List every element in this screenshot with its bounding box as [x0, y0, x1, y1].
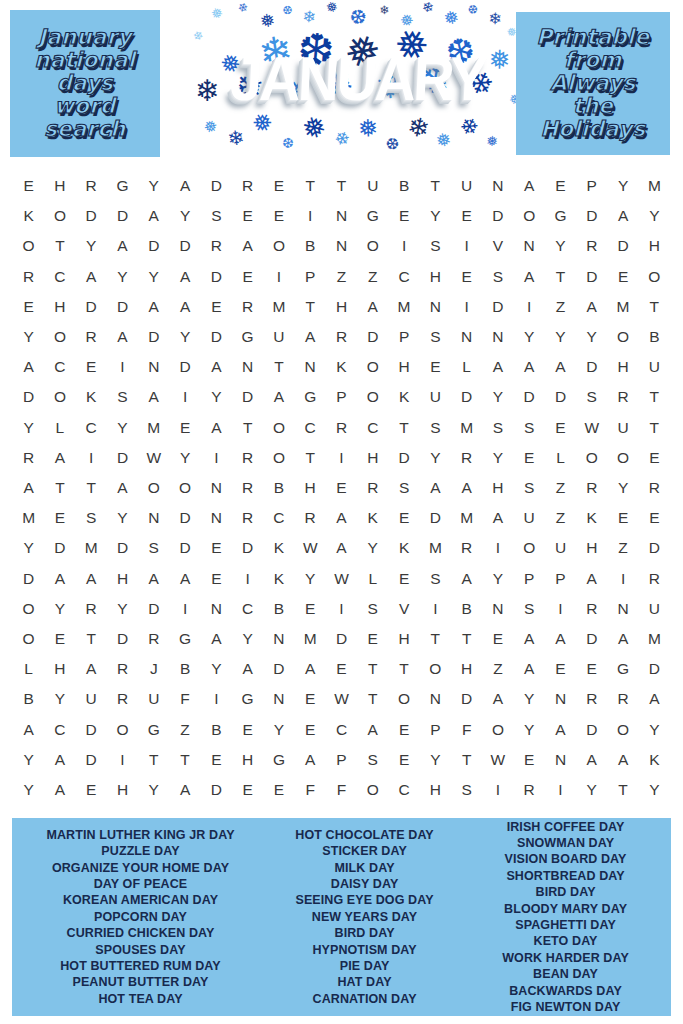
grid-cell-r5c2[interactable]: H	[44, 292, 75, 322]
grid-cell-r11c2[interactable]: T	[44, 473, 75, 503]
grid-cell-r8c18[interactable]: D	[545, 382, 576, 412]
grid-cell-r17c8[interactable]: A	[232, 654, 263, 684]
grid-cell-r11c10[interactable]: H	[295, 473, 326, 503]
grid-cell-r19c12[interactable]: A	[357, 714, 388, 744]
grid-cell-r17c12[interactable]: T	[357, 654, 388, 684]
grid-cell-r19c20[interactable]: O	[607, 714, 638, 744]
grid-cell-r16c13[interactable]: H	[388, 624, 419, 654]
grid-cell-r13c13[interactable]: K	[388, 533, 419, 563]
grid-cell-r14c12[interactable]: L	[357, 563, 388, 593]
grid-cell-r4c6[interactable]: A	[169, 262, 200, 292]
grid-cell-r16c7[interactable]: A	[201, 624, 232, 654]
grid-cell-r6c16[interactable]: N	[482, 322, 513, 352]
grid-cell-r14c14[interactable]: S	[420, 563, 451, 593]
grid-cell-r14c5[interactable]: A	[138, 563, 169, 593]
grid-cell-r17c16[interactable]: Z	[482, 654, 513, 684]
grid-cell-r4c19[interactable]: D	[576, 262, 607, 292]
grid-cell-r3c10[interactable]: B	[295, 231, 326, 261]
grid-cell-r4c8[interactable]: E	[232, 262, 263, 292]
grid-cell-r11c14[interactable]: A	[420, 473, 451, 503]
grid-cell-r12c21[interactable]: E	[639, 503, 670, 533]
grid-cell-r2c2[interactable]: O	[44, 201, 75, 231]
grid-cell-r13c7[interactable]: E	[201, 533, 232, 563]
grid-cell-r2c13[interactable]: E	[388, 201, 419, 231]
grid-cell-r8c3[interactable]: K	[76, 382, 107, 412]
grid-cell-r13c16[interactable]: I	[482, 533, 513, 563]
grid-cell-r12c19[interactable]: K	[576, 503, 607, 533]
grid-cell-r6c15[interactable]: N	[451, 322, 482, 352]
grid-cell-r2c3[interactable]: D	[76, 201, 107, 231]
grid-cell-r2c18[interactable]: G	[545, 201, 576, 231]
grid-cell-r8c10[interactable]: G	[295, 382, 326, 412]
grid-cell-r12c3[interactable]: S	[76, 503, 107, 533]
grid-cell-r13c5[interactable]: S	[138, 533, 169, 563]
grid-cell-r12c5[interactable]: N	[138, 503, 169, 533]
grid-cell-r17c15[interactable]: H	[451, 654, 482, 684]
grid-cell-r6c20[interactable]: O	[607, 322, 638, 352]
grid-cell-r5c7[interactable]: E	[201, 292, 232, 322]
grid-cell-r10c3[interactable]: I	[76, 443, 107, 473]
grid-cell-r11c17[interactable]: S	[514, 473, 545, 503]
grid-cell-r9c5[interactable]: M	[138, 413, 169, 443]
grid-cell-r6c10[interactable]: A	[295, 322, 326, 352]
grid-cell-r1c1[interactable]: E	[13, 171, 44, 201]
grid-cell-r10c11[interactable]: I	[326, 443, 357, 473]
grid-cell-r13c6[interactable]: D	[169, 533, 200, 563]
grid-cell-r15c17[interactable]: S	[514, 594, 545, 624]
grid-cell-r15c4[interactable]: Y	[107, 594, 138, 624]
grid-cell-r21c21[interactable]: Y	[639, 775, 670, 805]
grid-cell-r21c13[interactable]: C	[388, 775, 419, 805]
grid-cell-r3c7[interactable]: R	[201, 231, 232, 261]
grid-cell-r16c2[interactable]: E	[44, 624, 75, 654]
grid-cell-r4c13[interactable]: C	[388, 262, 419, 292]
grid-cell-r10c13[interactable]: D	[388, 443, 419, 473]
grid-cell-r20c14[interactable]: Y	[420, 745, 451, 775]
grid-cell-r5c10[interactable]: T	[295, 292, 326, 322]
grid-cell-r5c5[interactable]: A	[138, 292, 169, 322]
grid-cell-r18c3[interactable]: U	[76, 684, 107, 714]
grid-cell-r7c4[interactable]: I	[107, 352, 138, 382]
grid-cell-r19c8[interactable]: E	[232, 714, 263, 744]
grid-cell-r10c5[interactable]: W	[138, 443, 169, 473]
grid-cell-r14c18[interactable]: P	[545, 563, 576, 593]
grid-cell-r14c13[interactable]: E	[388, 563, 419, 593]
grid-cell-r20c2[interactable]: A	[44, 745, 75, 775]
grid-cell-r3c20[interactable]: D	[607, 231, 638, 261]
grid-cell-r17c21[interactable]: D	[639, 654, 670, 684]
grid-cell-r8c15[interactable]: D	[451, 382, 482, 412]
grid-cell-r3c16[interactable]: V	[482, 231, 513, 261]
grid-cell-r17c9[interactable]: D	[263, 654, 294, 684]
grid-cell-r13c11[interactable]: A	[326, 533, 357, 563]
grid-cell-r14c16[interactable]: Y	[482, 563, 513, 593]
grid-cell-r11c12[interactable]: R	[357, 473, 388, 503]
grid-cell-r4c4[interactable]: Y	[107, 262, 138, 292]
grid-cell-r20c15[interactable]: T	[451, 745, 482, 775]
grid-cell-r3c19[interactable]: R	[576, 231, 607, 261]
grid-cell-r3c2[interactable]: T	[44, 231, 75, 261]
grid-cell-r21c1[interactable]: Y	[13, 775, 44, 805]
grid-cell-r15c11[interactable]: I	[326, 594, 357, 624]
grid-cell-r13c20[interactable]: Z	[607, 533, 638, 563]
grid-cell-r21c11[interactable]: F	[326, 775, 357, 805]
grid-cell-r16c19[interactable]: D	[576, 624, 607, 654]
grid-cell-r19c21[interactable]: Y	[639, 714, 670, 744]
grid-cell-r16c17[interactable]: A	[514, 624, 545, 654]
grid-cell-r7c5[interactable]: N	[138, 352, 169, 382]
grid-cell-r8c4[interactable]: S	[107, 382, 138, 412]
grid-cell-r18c17[interactable]: Y	[514, 684, 545, 714]
grid-cell-r2c17[interactable]: O	[514, 201, 545, 231]
grid-cell-r3c18[interactable]: Y	[545, 231, 576, 261]
grid-cell-r17c2[interactable]: H	[44, 654, 75, 684]
grid-cell-r11c7[interactable]: N	[201, 473, 232, 503]
grid-cell-r17c3[interactable]: A	[76, 654, 107, 684]
grid-cell-r10c19[interactable]: O	[576, 443, 607, 473]
grid-cell-r15c7[interactable]: N	[201, 594, 232, 624]
grid-cell-r14c17[interactable]: P	[514, 563, 545, 593]
grid-cell-r4c2[interactable]: C	[44, 262, 75, 292]
grid-cell-r9c6[interactable]: E	[169, 413, 200, 443]
grid-cell-r7c10[interactable]: N	[295, 352, 326, 382]
grid-cell-r1c20[interactable]: Y	[607, 171, 638, 201]
grid-cell-r3c3[interactable]: Y	[76, 231, 107, 261]
grid-cell-r9c7[interactable]: A	[201, 413, 232, 443]
grid-cell-r6c6[interactable]: Y	[169, 322, 200, 352]
grid-cell-r11c8[interactable]: R	[232, 473, 263, 503]
grid-cell-r15c6[interactable]: I	[169, 594, 200, 624]
grid-cell-r12c20[interactable]: E	[607, 503, 638, 533]
grid-cell-r20c6[interactable]: T	[169, 745, 200, 775]
grid-cell-r8c5[interactable]: A	[138, 382, 169, 412]
grid-cell-r2c5[interactable]: A	[138, 201, 169, 231]
grid-cell-r13c2[interactable]: D	[44, 533, 75, 563]
grid-cell-r16c10[interactable]: M	[295, 624, 326, 654]
grid-cell-r14c6[interactable]: A	[169, 563, 200, 593]
grid-cell-r10c12[interactable]: H	[357, 443, 388, 473]
grid-cell-r17c19[interactable]: E	[576, 654, 607, 684]
grid-cell-r3c12[interactable]: O	[357, 231, 388, 261]
grid-cell-r21c18[interactable]: I	[545, 775, 576, 805]
grid-cell-r13c12[interactable]: Y	[357, 533, 388, 563]
grid-cell-r15c18[interactable]: I	[545, 594, 576, 624]
grid-cell-r5c12[interactable]: A	[357, 292, 388, 322]
grid-cell-r15c16[interactable]: N	[482, 594, 513, 624]
grid-cell-r12c10[interactable]: R	[295, 503, 326, 533]
grid-cell-r3c15[interactable]: I	[451, 231, 482, 261]
grid-cell-r2c21[interactable]: Y	[639, 201, 670, 231]
grid-cell-r5c21[interactable]: T	[639, 292, 670, 322]
grid-cell-r1c14[interactable]: T	[420, 171, 451, 201]
grid-cell-r8c19[interactable]: S	[576, 382, 607, 412]
grid-cell-r3c5[interactable]: D	[138, 231, 169, 261]
grid-cell-r12c15[interactable]: M	[451, 503, 482, 533]
grid-cell-r18c21[interactable]: A	[639, 684, 670, 714]
grid-cell-r10c9[interactable]: O	[263, 443, 294, 473]
grid-cell-r12c14[interactable]: D	[420, 503, 451, 533]
grid-cell-r7c17[interactable]: A	[514, 352, 545, 382]
grid-cell-r13c3[interactable]: M	[76, 533, 107, 563]
grid-cell-r7c15[interactable]: L	[451, 352, 482, 382]
grid-cell-r8c12[interactable]: O	[357, 382, 388, 412]
grid-cell-r4c18[interactable]: T	[545, 262, 576, 292]
grid-cell-r1c18[interactable]: E	[545, 171, 576, 201]
grid-cell-r5c6[interactable]: A	[169, 292, 200, 322]
grid-cell-r5c16[interactable]: D	[482, 292, 513, 322]
grid-cell-r4c9[interactable]: I	[263, 262, 294, 292]
grid-cell-r15c8[interactable]: C	[232, 594, 263, 624]
grid-cell-r5c4[interactable]: D	[107, 292, 138, 322]
grid-cell-r5c1[interactable]: E	[13, 292, 44, 322]
grid-cell-r12c16[interactable]: A	[482, 503, 513, 533]
grid-cell-r2c14[interactable]: Y	[420, 201, 451, 231]
grid-cell-r15c13[interactable]: V	[388, 594, 419, 624]
grid-cell-r18c19[interactable]: R	[576, 684, 607, 714]
grid-cell-r9c16[interactable]: S	[482, 413, 513, 443]
grid-cell-r21c15[interactable]: S	[451, 775, 482, 805]
grid-cell-r2c6[interactable]: Y	[169, 201, 200, 231]
grid-cell-r8c14[interactable]: U	[420, 382, 451, 412]
grid-cell-r13c17[interactable]: O	[514, 533, 545, 563]
grid-cell-r10c18[interactable]: L	[545, 443, 576, 473]
grid-cell-r5c9[interactable]: M	[263, 292, 294, 322]
grid-cell-r10c8[interactable]: R	[232, 443, 263, 473]
grid-cell-r15c1[interactable]: O	[13, 594, 44, 624]
grid-cell-r21c10[interactable]: F	[295, 775, 326, 805]
grid-cell-r18c20[interactable]: R	[607, 684, 638, 714]
grid-cell-r6c21[interactable]: B	[639, 322, 670, 352]
grid-cell-r6c19[interactable]: Y	[576, 322, 607, 352]
grid-cell-r16c3[interactable]: T	[76, 624, 107, 654]
grid-cell-r14c8[interactable]: I	[232, 563, 263, 593]
grid-cell-r15c14[interactable]: I	[420, 594, 451, 624]
grid-cell-r9c13[interactable]: T	[388, 413, 419, 443]
grid-cell-r1c12[interactable]: U	[357, 171, 388, 201]
grid-cell-r7c11[interactable]: K	[326, 352, 357, 382]
grid-cell-r16c9[interactable]: N	[263, 624, 294, 654]
grid-cell-r1c17[interactable]: A	[514, 171, 545, 201]
grid-cell-r17c4[interactable]: R	[107, 654, 138, 684]
grid-cell-r17c14[interactable]: O	[420, 654, 451, 684]
grid-cell-r11c21[interactable]: R	[639, 473, 670, 503]
grid-cell-r6c4[interactable]: A	[107, 322, 138, 352]
grid-cell-r15c2[interactable]: Y	[44, 594, 75, 624]
grid-cell-r20c11[interactable]: P	[326, 745, 357, 775]
grid-cell-r20c9[interactable]: G	[263, 745, 294, 775]
grid-cell-r13c8[interactable]: D	[232, 533, 263, 563]
grid-cell-r11c6[interactable]: O	[169, 473, 200, 503]
grid-cell-r13c1[interactable]: Y	[13, 533, 44, 563]
grid-cell-r12c6[interactable]: D	[169, 503, 200, 533]
grid-cell-r7c7[interactable]: A	[201, 352, 232, 382]
grid-cell-r10c16[interactable]: Y	[482, 443, 513, 473]
grid-cell-r1c2[interactable]: H	[44, 171, 75, 201]
grid-cell-r5c8[interactable]: R	[232, 292, 263, 322]
grid-cell-r4c15[interactable]: E	[451, 262, 482, 292]
grid-cell-r5c15[interactable]: I	[451, 292, 482, 322]
grid-cell-r1c13[interactable]: B	[388, 171, 419, 201]
grid-cell-r10c20[interactable]: O	[607, 443, 638, 473]
grid-cell-r19c3[interactable]: D	[76, 714, 107, 744]
grid-cell-r14c3[interactable]: A	[76, 563, 107, 593]
grid-cell-r2c11[interactable]: N	[326, 201, 357, 231]
grid-cell-r4c3[interactable]: A	[76, 262, 107, 292]
grid-cell-r11c9[interactable]: B	[263, 473, 294, 503]
grid-cell-r6c12[interactable]: D	[357, 322, 388, 352]
grid-cell-r18c15[interactable]: D	[451, 684, 482, 714]
grid-cell-r21c17[interactable]: R	[514, 775, 545, 805]
grid-cell-r19c9[interactable]: Y	[263, 714, 294, 744]
grid-cell-r14c7[interactable]: E	[201, 563, 232, 593]
grid-cell-r18c11[interactable]: W	[326, 684, 357, 714]
grid-cell-r16c14[interactable]: T	[420, 624, 451, 654]
grid-cell-r7c1[interactable]: A	[13, 352, 44, 382]
grid-cell-r12c1[interactable]: M	[13, 503, 44, 533]
grid-cell-r3c11[interactable]: N	[326, 231, 357, 261]
grid-cell-r4c7[interactable]: D	[201, 262, 232, 292]
grid-cell-r2c8[interactable]: E	[232, 201, 263, 231]
grid-cell-r15c9[interactable]: B	[263, 594, 294, 624]
grid-cell-r2c12[interactable]: G	[357, 201, 388, 231]
grid-cell-r9c2[interactable]: L	[44, 413, 75, 443]
grid-cell-r16c18[interactable]: A	[545, 624, 576, 654]
grid-cell-r11c19[interactable]: R	[576, 473, 607, 503]
grid-cell-r17c1[interactable]: L	[13, 654, 44, 684]
grid-cell-r17c13[interactable]: T	[388, 654, 419, 684]
grid-cell-r21c4[interactable]: H	[107, 775, 138, 805]
grid-cell-r16c1[interactable]: O	[13, 624, 44, 654]
grid-cell-r19c7[interactable]: B	[201, 714, 232, 744]
grid-cell-r19c14[interactable]: P	[420, 714, 451, 744]
grid-cell-r7c20[interactable]: H	[607, 352, 638, 382]
grid-cell-r3c4[interactable]: A	[107, 231, 138, 261]
grid-cell-r15c3[interactable]: R	[76, 594, 107, 624]
grid-cell-r13c9[interactable]: K	[263, 533, 294, 563]
grid-cell-r18c10[interactable]: E	[295, 684, 326, 714]
grid-cell-r18c12[interactable]: T	[357, 684, 388, 714]
grid-cell-r12c11[interactable]: A	[326, 503, 357, 533]
grid-cell-r12c8[interactable]: R	[232, 503, 263, 533]
grid-cell-r19c13[interactable]: E	[388, 714, 419, 744]
grid-cell-r21c8[interactable]: E	[232, 775, 263, 805]
grid-cell-r6c7[interactable]: D	[201, 322, 232, 352]
grid-cell-r20c12[interactable]: S	[357, 745, 388, 775]
grid-cell-r9c10[interactable]: C	[295, 413, 326, 443]
grid-cell-r4c16[interactable]: S	[482, 262, 513, 292]
grid-cell-r5c17[interactable]: I	[514, 292, 545, 322]
grid-cell-r16c16[interactable]: E	[482, 624, 513, 654]
grid-cell-r21c19[interactable]: Y	[576, 775, 607, 805]
grid-cell-r8c7[interactable]: Y	[201, 382, 232, 412]
grid-cell-r19c11[interactable]: C	[326, 714, 357, 744]
grid-cell-r19c17[interactable]: Y	[514, 714, 545, 744]
grid-cell-r8c17[interactable]: D	[514, 382, 545, 412]
grid-cell-r16c6[interactable]: G	[169, 624, 200, 654]
grid-cell-r14c21[interactable]: R	[639, 563, 670, 593]
grid-cell-r9c20[interactable]: U	[607, 413, 638, 443]
grid-cell-r17c6[interactable]: B	[169, 654, 200, 684]
grid-cell-r19c6[interactable]: Z	[169, 714, 200, 744]
grid-cell-r20c10[interactable]: A	[295, 745, 326, 775]
grid-cell-r9c3[interactable]: C	[76, 413, 107, 443]
grid-cell-r21c5[interactable]: Y	[138, 775, 169, 805]
grid-cell-r6c11[interactable]: R	[326, 322, 357, 352]
grid-cell-r18c14[interactable]: N	[420, 684, 451, 714]
grid-cell-r2c16[interactable]: D	[482, 201, 513, 231]
grid-cell-r16c12[interactable]: E	[357, 624, 388, 654]
grid-cell-r11c13[interactable]: S	[388, 473, 419, 503]
grid-cell-r11c16[interactable]: H	[482, 473, 513, 503]
grid-cell-r7c14[interactable]: E	[420, 352, 451, 382]
grid-cell-r3c6[interactable]: D	[169, 231, 200, 261]
grid-cell-r14c20[interactable]: I	[607, 563, 638, 593]
grid-cell-r1c8[interactable]: R	[232, 171, 263, 201]
grid-cell-r3c9[interactable]: O	[263, 231, 294, 261]
grid-cell-r9c1[interactable]: Y	[13, 413, 44, 443]
grid-cell-r6c8[interactable]: G	[232, 322, 263, 352]
grid-cell-r19c1[interactable]: A	[13, 714, 44, 744]
grid-cell-r9c18[interactable]: E	[545, 413, 576, 443]
grid-cell-r19c5[interactable]: G	[138, 714, 169, 744]
grid-cell-r18c1[interactable]: B	[13, 684, 44, 714]
grid-cell-r18c9[interactable]: N	[263, 684, 294, 714]
grid-cell-r21c2[interactable]: A	[44, 775, 75, 805]
grid-cell-r7c8[interactable]: N	[232, 352, 263, 382]
grid-cell-r5c19[interactable]: A	[576, 292, 607, 322]
grid-cell-r16c8[interactable]: Y	[232, 624, 263, 654]
grid-cell-r4c10[interactable]: P	[295, 262, 326, 292]
grid-cell-r15c20[interactable]: N	[607, 594, 638, 624]
grid-cell-r5c18[interactable]: Z	[545, 292, 576, 322]
grid-cell-r8c1[interactable]: D	[13, 382, 44, 412]
grid-cell-r20c17[interactable]: E	[514, 745, 545, 775]
grid-cell-r20c7[interactable]: E	[201, 745, 232, 775]
grid-cell-r9c15[interactable]: M	[451, 413, 482, 443]
grid-cell-r4c21[interactable]: O	[639, 262, 670, 292]
grid-cell-r20c21[interactable]: K	[639, 745, 670, 775]
grid-cell-r6c9[interactable]: U	[263, 322, 294, 352]
grid-cell-r12c13[interactable]: E	[388, 503, 419, 533]
grid-cell-r9c14[interactable]: S	[420, 413, 451, 443]
grid-cell-r21c6[interactable]: A	[169, 775, 200, 805]
grid-cell-r1c5[interactable]: Y	[138, 171, 169, 201]
grid-cell-r4c17[interactable]: A	[514, 262, 545, 292]
grid-cell-r4c12[interactable]: Z	[357, 262, 388, 292]
grid-cell-r17c18[interactable]: E	[545, 654, 576, 684]
grid-cell-r18c13[interactable]: O	[388, 684, 419, 714]
grid-cell-r4c14[interactable]: H	[420, 262, 451, 292]
grid-cell-r10c15[interactable]: R	[451, 443, 482, 473]
grid-cell-r18c4[interactable]: R	[107, 684, 138, 714]
grid-cell-r15c15[interactable]: B	[451, 594, 482, 624]
grid-cell-r14c11[interactable]: W	[326, 563, 357, 593]
grid-cell-r7c18[interactable]: A	[545, 352, 576, 382]
grid-cell-r6c3[interactable]: R	[76, 322, 107, 352]
grid-cell-r18c16[interactable]: A	[482, 684, 513, 714]
grid-cell-r18c18[interactable]: N	[545, 684, 576, 714]
grid-cell-r1c10[interactable]: T	[295, 171, 326, 201]
grid-cell-r10c1[interactable]: R	[13, 443, 44, 473]
grid-cell-r20c18[interactable]: N	[545, 745, 576, 775]
grid-cell-r11c18[interactable]: Z	[545, 473, 576, 503]
grid-cell-r4c11[interactable]: Z	[326, 262, 357, 292]
grid-cell-r3c21[interactable]: H	[639, 231, 670, 261]
grid-cell-r14c2[interactable]: A	[44, 563, 75, 593]
grid-cell-r5c13[interactable]: M	[388, 292, 419, 322]
grid-cell-r12c4[interactable]: Y	[107, 503, 138, 533]
grid-cell-r16c5[interactable]: R	[138, 624, 169, 654]
